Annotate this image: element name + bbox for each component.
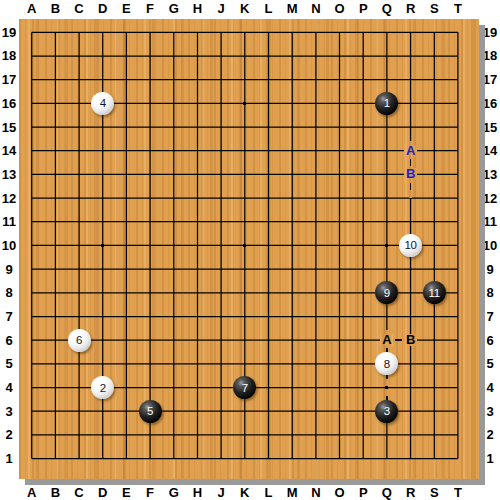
coord-label-left-16: 16 — [0, 96, 18, 111]
stone-move-number: 10 — [404, 239, 416, 251]
coord-label-top-S: S — [424, 1, 444, 16]
coord-label-right-12: 12 — [480, 191, 500, 206]
coord-label-top-T: T — [448, 1, 468, 16]
stone-move-number: 8 — [384, 358, 390, 370]
coord-label-right-5: 5 — [480, 356, 500, 371]
coord-label-right-4: 4 — [480, 380, 500, 395]
coord-label-bottom-A: A — [22, 485, 42, 500]
coord-label-left-12: 12 — [0, 191, 18, 206]
coord-label-bottom-T: T — [448, 485, 468, 500]
coord-label-top-M: M — [282, 1, 302, 16]
coord-label-left-1: 1 — [0, 451, 18, 466]
coord-label-left-14: 14 — [0, 143, 18, 158]
coord-label-top-K: K — [235, 1, 255, 16]
coord-label-left-8: 8 — [0, 285, 18, 300]
coord-label-right-17: 17 — [480, 72, 500, 87]
coord-label-bottom-O: O — [330, 485, 350, 500]
coord-label-right-6: 6 — [480, 333, 500, 348]
coord-label-bottom-G: G — [164, 485, 184, 500]
stone-move-number: 11 — [429, 287, 440, 299]
coord-label-left-3: 3 — [0, 404, 18, 419]
coord-label-right-19: 19 — [480, 25, 500, 40]
coord-label-right-1: 1 — [480, 451, 500, 466]
stone-move-number: 2 — [100, 382, 106, 394]
coord-label-top-N: N — [306, 1, 326, 16]
coord-label-right-7: 7 — [480, 309, 500, 324]
coord-label-top-C: C — [69, 1, 89, 16]
coord-label-bottom-F: F — [140, 485, 160, 500]
coord-label-bottom-B: B — [45, 485, 65, 500]
coord-label-right-9: 9 — [480, 262, 500, 277]
coord-label-left-10: 10 — [0, 238, 18, 253]
coord-label-left-5: 5 — [0, 356, 18, 371]
go-diagram: ABCDEFGHJKLMNOPQRST ABCDEFGHJKLMNOPQRST … — [0, 0, 500, 500]
stone-move-number: 9 — [384, 287, 390, 299]
coord-label-top-Q: Q — [377, 1, 397, 16]
markup-label-A-R14: A — [403, 144, 419, 158]
coord-label-left-2: 2 — [0, 427, 18, 442]
coord-label-top-E: E — [116, 1, 136, 16]
dashed-line-segment — [410, 159, 412, 166]
stone-move-number: 7 — [242, 382, 248, 394]
coord-label-top-O: O — [330, 1, 350, 16]
stone-move-number: 3 — [384, 405, 390, 417]
coord-label-left-6: 6 — [0, 333, 18, 348]
coord-label-bottom-H: H — [187, 485, 207, 500]
coord-label-bottom-E: E — [116, 485, 136, 500]
coord-label-left-13: 13 — [0, 167, 18, 182]
coord-label-right-3: 3 — [480, 404, 500, 419]
coord-label-top-F: F — [140, 1, 160, 16]
coord-label-left-7: 7 — [0, 309, 18, 324]
coord-label-top-D: D — [93, 1, 113, 16]
coord-label-bottom-S: S — [424, 485, 444, 500]
stone-move-number: 5 — [147, 405, 153, 417]
coord-label-right-18: 18 — [480, 48, 500, 63]
coord-label-top-J: J — [211, 1, 231, 16]
coord-label-left-18: 18 — [0, 48, 18, 63]
stone-black-move-5[interactable]: 5 — [139, 400, 162, 423]
coord-label-bottom-P: P — [353, 485, 373, 500]
coord-label-right-10: 10 — [480, 238, 500, 253]
coord-label-left-17: 17 — [0, 72, 18, 87]
coord-label-top-R: R — [401, 1, 421, 16]
coord-label-bottom-J: J — [211, 485, 231, 500]
coord-label-left-11: 11 — [0, 214, 18, 229]
stone-move-number: 4 — [100, 97, 106, 109]
stone-white-move-6[interactable]: 6 — [68, 329, 91, 352]
coord-label-right-11: 11 — [480, 214, 500, 229]
coord-label-bottom-C: C — [69, 485, 89, 500]
star-point-D10 — [101, 244, 104, 247]
coord-label-right-13: 13 — [480, 167, 500, 182]
coord-label-top-G: G — [164, 1, 184, 16]
star-point-Q10 — [385, 244, 388, 247]
coord-label-bottom-N: N — [306, 485, 326, 500]
coord-label-top-B: B — [45, 1, 65, 16]
coord-label-right-14: 14 — [480, 143, 500, 158]
coord-label-bottom-L: L — [259, 485, 279, 500]
coord-label-right-2: 2 — [480, 427, 500, 442]
coord-label-bottom-R: R — [401, 485, 421, 500]
dashed-line-segment — [410, 183, 412, 190]
markup-label-B-R6: B — [403, 333, 419, 347]
coord-label-left-9: 9 — [0, 262, 18, 277]
stone-white-move-10[interactable]: 10 — [399, 234, 422, 257]
stone-black-move-3[interactable]: 3 — [375, 400, 398, 423]
markup-label-A-Q6: A — [379, 333, 395, 347]
coord-label-bottom-M: M — [282, 485, 302, 500]
star-point-K10 — [243, 244, 246, 247]
goban[interactable]: ABAB 1234567891011 — [19, 19, 479, 479]
coord-label-top-P: P — [353, 1, 373, 16]
stone-black-move-11[interactable]: 11 — [423, 281, 446, 304]
markup-label-B-R13: B — [403, 167, 419, 181]
coord-label-left-15: 15 — [0, 120, 18, 135]
dashed-line-segment — [395, 339, 402, 341]
coord-label-bottom-K: K — [235, 485, 255, 500]
star-point-K16 — [243, 102, 246, 105]
coord-label-left-19: 19 — [0, 25, 18, 40]
star-point-Q4 — [385, 386, 388, 389]
stone-white-move-4[interactable]: 4 — [91, 92, 114, 115]
coord-label-top-L: L — [259, 1, 279, 16]
coord-label-bottom-D: D — [93, 485, 113, 500]
coord-label-right-16: 16 — [480, 96, 500, 111]
coord-label-right-15: 15 — [480, 120, 500, 135]
coord-label-bottom-Q: Q — [377, 485, 397, 500]
coord-label-top-H: H — [187, 1, 207, 16]
coord-label-left-4: 4 — [0, 380, 18, 395]
coord-label-right-8: 8 — [480, 285, 500, 300]
stone-move-number: 6 — [76, 334, 82, 346]
coord-label-top-A: A — [22, 1, 42, 16]
stone-move-number: 1 — [384, 97, 390, 109]
